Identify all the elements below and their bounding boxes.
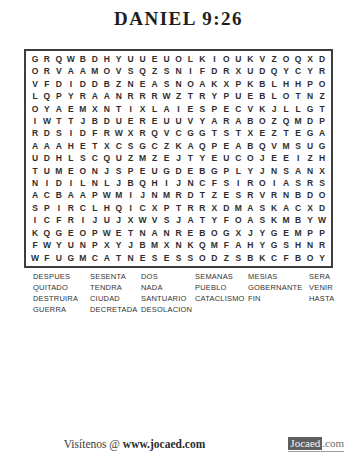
grid-cell: T — [232, 127, 244, 139]
grid-cell: M — [149, 239, 161, 251]
grid-cell: I — [65, 78, 77, 90]
grid-cell: R — [149, 90, 161, 102]
grid-cell: J — [256, 152, 268, 164]
grid-cell: C — [77, 202, 89, 214]
grid-cell: X — [125, 214, 137, 226]
grid-cell: O — [196, 252, 208, 264]
grid-cell: D — [208, 252, 220, 264]
grid-cell: P — [161, 202, 173, 214]
word-item: DESTRUIRA — [33, 293, 90, 304]
grid-cell: B — [256, 90, 268, 102]
grid-cell: A — [280, 177, 292, 189]
grid-cell: L — [29, 90, 41, 102]
grid-cell: E — [220, 190, 232, 202]
grid-cell: M — [89, 65, 101, 77]
grid-cell: X — [208, 202, 220, 214]
grid-cell: X — [101, 140, 113, 152]
grid-cell: C — [41, 214, 53, 226]
grid-cell: D — [220, 202, 232, 214]
grid-cell: N — [149, 190, 161, 202]
grid-cell: O — [173, 53, 185, 65]
grid-cell: U — [161, 115, 173, 127]
grid-cell: Q — [41, 90, 53, 102]
grid-cell: S — [29, 202, 41, 214]
grid-cell: A — [65, 65, 77, 77]
grid-cell: K — [184, 239, 196, 251]
grid-cell: T — [53, 115, 65, 127]
grid-cell: V — [161, 127, 173, 139]
grid-cell: T — [280, 127, 292, 139]
grid-cell: A — [89, 90, 101, 102]
grid-cell: Q — [196, 140, 208, 152]
grid-cell: R — [220, 65, 232, 77]
grid-cell: A — [53, 140, 65, 152]
grid-cell: G — [268, 227, 280, 239]
grid-cell: J — [256, 165, 268, 177]
grid-cell: O — [232, 214, 244, 226]
grid-cell: E — [208, 152, 220, 164]
grid-cell: S — [292, 140, 304, 152]
grid-cell: G — [304, 103, 316, 115]
grid-cell: Y — [256, 227, 268, 239]
grid-cell: W — [137, 214, 149, 226]
grid-cell: S — [161, 65, 173, 77]
puzzle-page: DANIEL 9:26 GRQWBDHYUUEUOLKIOUKVZOQXDORV… — [0, 0, 357, 462]
grid-cell: R — [244, 177, 256, 189]
grid-cell: Z — [161, 140, 173, 152]
grid-cell: G — [208, 165, 220, 177]
grid-cell: S — [280, 165, 292, 177]
grid-cell: I — [292, 152, 304, 164]
grid-cell: R — [196, 90, 208, 102]
grid-cell: M — [161, 190, 173, 202]
grid-cell: E — [220, 103, 232, 115]
grid-cell: N — [304, 239, 316, 251]
word-list-column: DESPUESQUITADODESTRUIRAGUERRA — [33, 271, 90, 315]
grid-cell: A — [101, 90, 113, 102]
grid-cell: G — [196, 127, 208, 139]
grid-cell: N — [77, 239, 89, 251]
grid-cell: C — [41, 190, 53, 202]
grid-cell: K — [256, 252, 268, 264]
grid-cell: E — [292, 127, 304, 139]
grid-cell: M — [113, 190, 125, 202]
grid-cell: Z — [149, 65, 161, 77]
grid-cell: U — [232, 53, 244, 65]
grid-cell: B — [137, 239, 149, 251]
grid-cell: Y — [196, 152, 208, 164]
grid-cell: E — [65, 103, 77, 115]
grid-cell: B — [244, 115, 256, 127]
grid-cell: A — [161, 103, 173, 115]
grid-cell: J — [77, 115, 89, 127]
grid-cell: T — [316, 103, 328, 115]
grid-cell: W — [41, 115, 53, 127]
grid-cell: U — [137, 53, 149, 65]
grid-cell: N — [161, 227, 173, 239]
grid-cell: U — [173, 115, 185, 127]
grid-cell: V — [256, 53, 268, 65]
grid-cell: S — [113, 165, 125, 177]
grid-cell: I — [77, 214, 89, 226]
grid-cell: S — [232, 190, 244, 202]
grid-cell: U — [53, 252, 65, 264]
grid-cell: Y — [65, 90, 77, 102]
grid-cell: G — [29, 53, 41, 65]
grid-cell: I — [65, 127, 77, 139]
grid-cell: T — [173, 202, 185, 214]
grid-cell: L — [280, 103, 292, 115]
grid-cell: B — [292, 214, 304, 226]
site-logo[interactable]: Jocaed.com — [288, 437, 344, 452]
grid-cell: A — [244, 202, 256, 214]
grid-cell: Z — [304, 152, 316, 164]
grid-cell: Y — [196, 115, 208, 127]
grid-cell: M — [280, 140, 292, 152]
grid-cell: Z — [113, 78, 125, 90]
grid-cell: R — [173, 190, 185, 202]
grid-cell: F — [53, 214, 65, 226]
grid-cell: F — [89, 127, 101, 139]
grid-cell: S — [220, 127, 232, 139]
grid-cell: R — [41, 65, 53, 77]
grid-cell: Q — [101, 152, 113, 164]
grid-cell: D — [53, 177, 65, 189]
grid-cell: C — [292, 65, 304, 77]
grid-cell: B — [292, 190, 304, 202]
grid-cell: S — [184, 252, 196, 264]
grid-cell: O — [101, 65, 113, 77]
grid-cell: Y — [113, 239, 125, 251]
grid-cell: P — [316, 227, 328, 239]
grid-cell: H — [292, 78, 304, 90]
grid-cell: Y — [53, 239, 65, 251]
grid-cell: N — [113, 90, 125, 102]
grid-cell: J — [101, 165, 113, 177]
grid-cell: H — [316, 152, 328, 164]
grid-cell: Y — [256, 239, 268, 251]
grid-cell: G — [53, 227, 65, 239]
grid-cell: G — [316, 140, 328, 152]
grid-cell: Q — [137, 65, 149, 77]
grid-cell: R — [220, 115, 232, 127]
grid-cell: R — [137, 115, 149, 127]
grid-cell: N — [101, 103, 113, 115]
grid-cell: I — [65, 177, 77, 189]
grid-cell: S — [125, 140, 137, 152]
grid-cell: X — [149, 202, 161, 214]
grid-cell: F — [280, 252, 292, 264]
grid-cell: X — [101, 239, 113, 251]
grid-cell: I — [232, 177, 244, 189]
grid-cell: H — [149, 177, 161, 189]
grid-cell: I — [161, 177, 173, 189]
site-url[interactable]: www.jocaed.com — [123, 438, 205, 450]
grid-cell: I — [125, 103, 137, 115]
grid-cell: V — [53, 65, 65, 77]
grid-cell: E — [184, 165, 196, 177]
grid-cell: A — [184, 140, 196, 152]
grid-cell: Z — [208, 190, 220, 202]
grid-cell: R — [65, 214, 77, 226]
grid-cell: O — [29, 65, 41, 77]
grid-cell: O — [244, 152, 256, 164]
grid-cell: R — [268, 190, 280, 202]
grid-cell: M — [77, 252, 89, 264]
grid-cell: T — [208, 127, 220, 139]
word-list-column: DOSNADASANTUARIODESOLACION — [141, 271, 195, 315]
grid-cell: J — [113, 177, 125, 189]
grid-cell: F — [220, 214, 232, 226]
grid-cell: T — [184, 152, 196, 164]
grid-cell: Q — [196, 239, 208, 251]
grid-cell: N — [304, 90, 316, 102]
grid-cell: J — [173, 214, 185, 226]
grid-cell: P — [304, 78, 316, 90]
word-item: SESENTA — [90, 271, 141, 282]
grid-cell: H — [280, 78, 292, 90]
grid-cell: U — [41, 165, 53, 177]
grid-cell: T — [292, 90, 304, 102]
grid-cell: X — [232, 227, 244, 239]
grid-cell: X — [304, 202, 316, 214]
grid-cell: X — [244, 127, 256, 139]
grid-cell: X — [161, 239, 173, 251]
grid-cell: W — [101, 190, 113, 202]
grid-cell: N — [184, 177, 196, 189]
word-list-column: MESIASGOBERNANTEFIN — [248, 271, 309, 315]
grid-cell: I — [268, 177, 280, 189]
grid-cell: H — [292, 239, 304, 251]
grid-cell: T — [125, 227, 137, 239]
grid-cell: T — [113, 252, 125, 264]
grid-cell: N — [89, 177, 101, 189]
visit-text: Visítenos @ — [64, 438, 123, 450]
grid-cell: E — [161, 252, 173, 264]
grid-cell: D — [173, 165, 185, 177]
site-logo-suffix: .com — [322, 437, 344, 449]
grid-cell: V — [113, 65, 125, 77]
grid-cell: T — [184, 90, 196, 102]
grid-cell: P — [304, 227, 316, 239]
grid-cell: E — [113, 227, 125, 239]
grid-cell: R — [125, 90, 137, 102]
grid-cell: V — [149, 214, 161, 226]
word-item: GOBERNANTE — [248, 282, 309, 293]
grid-cell: W — [113, 127, 125, 139]
grid-cell: M — [77, 103, 89, 115]
grid-cell: A — [149, 78, 161, 90]
grid-cell: Y — [280, 65, 292, 77]
grid-cell: F — [208, 177, 220, 189]
grid-cell: D — [208, 65, 220, 77]
grid-cell: G — [184, 127, 196, 139]
grid-cell: O — [77, 227, 89, 239]
grid-cell: R — [304, 177, 316, 189]
grid-cell: W — [65, 53, 77, 65]
grid-cell: L — [101, 177, 113, 189]
grid-cell: Z — [316, 90, 328, 102]
word-item: NADA — [141, 282, 195, 293]
grid-cell: F — [196, 65, 208, 77]
grid-cell: D — [316, 202, 328, 214]
word-item: DOS — [141, 271, 195, 282]
grid-cell: G — [304, 127, 316, 139]
grid-cell: E — [65, 227, 77, 239]
grid-cell: X — [304, 53, 316, 65]
grid-cell: A — [29, 190, 41, 202]
grid-cell: S — [161, 214, 173, 226]
grid-cell: U — [29, 152, 41, 164]
grid-cell: V — [268, 140, 280, 152]
grid-cell: C — [232, 152, 244, 164]
grid-cell: M — [137, 152, 149, 164]
grid-cell: E — [256, 127, 268, 139]
grid-cell: N — [89, 165, 101, 177]
grid-cell: D — [41, 127, 53, 139]
word-item: SANTUARIO — [141, 293, 195, 304]
grid-cell: H — [65, 140, 77, 152]
grid-cell: U — [220, 152, 232, 164]
grid-cell: B — [256, 78, 268, 90]
grid-cell: R — [41, 53, 53, 65]
grid-cell: D — [89, 78, 101, 90]
grid-cell: T — [196, 214, 208, 226]
grid-cell: A — [244, 214, 256, 226]
grid-cell: X — [220, 78, 232, 90]
grid-cell: R — [316, 65, 328, 77]
grid-cell: B — [292, 252, 304, 264]
grid-cell: E — [137, 165, 149, 177]
grid-cell: A — [232, 115, 244, 127]
grid-cell: R — [77, 90, 89, 102]
grid-cell: E — [184, 103, 196, 115]
grid-cell: F — [29, 239, 41, 251]
grid-cell: G — [137, 140, 149, 152]
grid-cell: N — [268, 165, 280, 177]
grid-cell: Q — [41, 227, 53, 239]
grid-cell: N — [125, 252, 137, 264]
grid-cell: L — [232, 165, 244, 177]
grid-cell: N — [29, 177, 41, 189]
grid-cell: J — [173, 177, 185, 189]
grid-cell: B — [89, 115, 101, 127]
grid-cell: N — [173, 239, 185, 251]
grid-cell: L — [184, 53, 196, 65]
grid-cell: C — [268, 252, 280, 264]
grid-cell: D — [41, 152, 53, 164]
grid-cell: V — [256, 190, 268, 202]
grid-cell: P — [89, 190, 101, 202]
grid-cell: B — [196, 227, 208, 239]
grid-cell: T — [89, 140, 101, 152]
word-item: DECRETADA — [90, 304, 141, 315]
grid-cell: O — [256, 115, 268, 127]
grid-cell: O — [316, 190, 328, 202]
grid-cell: S — [77, 152, 89, 164]
grid-cell: J — [125, 239, 137, 251]
grid-cell: A — [29, 140, 41, 152]
grid-cell: R — [137, 90, 149, 102]
grid-cell: I — [125, 202, 137, 214]
grid-cell: C — [292, 202, 304, 214]
grid-cell: D — [304, 190, 316, 202]
puzzle-title: DANIEL 9:26 — [0, 8, 357, 30]
grid-cell: Y — [304, 65, 316, 77]
grid-cell: U — [101, 214, 113, 226]
grid-cell: U — [244, 65, 256, 77]
grid-cell: J — [244, 227, 256, 239]
grid-cell: V — [244, 103, 256, 115]
grid-cell: H — [53, 152, 65, 164]
grid-cell: U — [304, 140, 316, 152]
grid-cell: R — [184, 202, 196, 214]
grid-cell: C — [89, 152, 101, 164]
grid-cell: S — [53, 127, 65, 139]
grid-cell: U — [113, 115, 125, 127]
grid-cell: O — [208, 227, 220, 239]
grid-cell: V — [184, 115, 196, 127]
grid-cell: T — [65, 115, 77, 127]
grid-cell: R — [196, 202, 208, 214]
grid-cell: S — [161, 78, 173, 90]
grid-cell: C — [232, 103, 244, 115]
grid-cell: W — [101, 227, 113, 239]
grid-cell: A — [292, 165, 304, 177]
grid-cell: I — [208, 53, 220, 65]
word-item: GUERRA — [33, 304, 90, 315]
word-list: DESPUESQUITADODESTRUIRAGUERRASESENTATEND… — [33, 271, 348, 315]
grid-cell: R — [137, 127, 149, 139]
grid-cell: C — [173, 127, 185, 139]
word-item: TENDRA — [90, 282, 141, 293]
grid-cell: N — [137, 227, 149, 239]
grid-cell: Q — [256, 140, 268, 152]
grid-cell: H — [101, 53, 113, 65]
grid-cell: S — [256, 214, 268, 226]
grid-cell: X — [125, 127, 137, 139]
grid-cell: D — [101, 115, 113, 127]
grid-cell: M — [208, 239, 220, 251]
grid-cell: M — [232, 202, 244, 214]
grid-cell: U — [65, 239, 77, 251]
grid-cell: P — [208, 140, 220, 152]
grid-cell: S — [125, 65, 137, 77]
grid-cell: I — [29, 214, 41, 226]
grid-cell: O — [316, 78, 328, 90]
grid-cell: L — [89, 202, 101, 214]
grid-cell: U — [232, 90, 244, 102]
grid-cell: L — [149, 103, 161, 115]
grid-cell: K — [256, 103, 268, 115]
grid-cell: M — [292, 227, 304, 239]
grid-cell: B — [101, 78, 113, 90]
grid-cell: A — [232, 140, 244, 152]
grid-cell: H — [101, 202, 113, 214]
grid-cell: U — [125, 53, 137, 65]
grid-cell: E — [280, 227, 292, 239]
grid-cell: D — [184, 190, 196, 202]
grid-cell: O — [256, 177, 268, 189]
grid-cell: L — [268, 90, 280, 102]
grid-cell: R — [173, 227, 185, 239]
grid-cell: A — [149, 227, 161, 239]
grid-cell: Y — [41, 103, 53, 115]
grid-cell: A — [232, 239, 244, 251]
word-item: DESOLACION — [141, 304, 195, 315]
word-item: SEMANAS — [195, 271, 248, 282]
grid-cell: B — [77, 53, 89, 65]
